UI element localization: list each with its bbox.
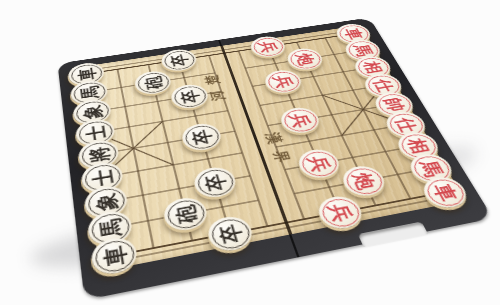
piece-character: 炮 [293,52,317,66]
piece-character: 卒 [202,172,229,192]
piece-character: 帥 [381,96,407,112]
piece-character: 馬 [78,85,100,101]
piece-character: 士 [90,168,115,187]
piece-character: 兵 [271,74,295,89]
piece-character: 馬 [416,159,445,178]
photo-scene: 楚 河 漢 界 車卒兵車馬砲炮馬象卒兵相士仕將卒兵帥士仕象卒兵相馬砲炮馬車卒兵車 [0,0,500,305]
piece-character: 相 [360,60,385,74]
piece-character: 象 [93,192,119,213]
piece-character: 馬 [97,217,123,239]
piece-character: 炮 [349,171,378,191]
piece-character: 馬 [351,43,375,57]
piece-character: 相 [404,137,432,155]
xiangqi-board: 楚 河 漢 界 車卒兵車馬砲炮馬象卒兵相士仕將卒兵帥士仕象卒兵相馬砲炮馬車卒兵車 [58,18,494,301]
piece-character: 象 [81,104,104,120]
piece-character: 卒 [178,89,201,105]
piece-character: 卒 [216,222,245,244]
piece-character: 卒 [189,128,214,146]
piece-character: 卒 [168,53,190,67]
piece-character: 將 [87,145,111,163]
piece-character: 士 [84,124,107,141]
handle-notch [358,222,428,248]
piece-character: 兵 [257,40,280,54]
river-character: 楚 [203,73,223,86]
piece-character: 砲 [142,75,164,90]
piece-character: 仕 [370,78,396,93]
piece-character: 車 [430,182,460,202]
piece-character: 車 [101,244,128,268]
piece-character: 車 [76,67,97,82]
river-character: 漢 [262,131,284,146]
piece-character: 兵 [325,202,355,223]
piece-character: 兵 [305,154,332,173]
piece-character: 兵 [287,112,313,129]
piece-character: 車 [342,27,365,40]
piece-character: 砲 [172,203,199,224]
piece-character: 仕 [392,116,419,133]
